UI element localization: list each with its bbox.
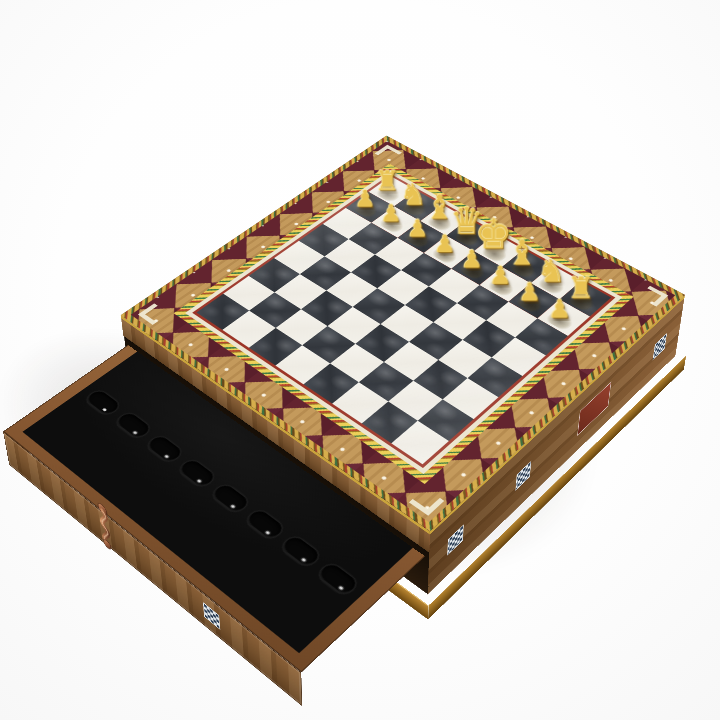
- scene: ♜♞♝♛♚♝♞♜♟♟♟♟♟♟♟♟: [0, 0, 720, 720]
- drawer-slot: [280, 534, 322, 568]
- inlay-checker: [515, 461, 531, 491]
- corner-mark: [638, 286, 669, 307]
- corner-mark: [375, 145, 403, 162]
- square-d3[interactable]: [328, 307, 381, 344]
- inlay-checker: [653, 333, 667, 360]
- chess-box: ♜♞♝♛♚♝♞♜♟♟♟♟♟♟♟♟: [121, 136, 685, 532]
- drawer-slot: [316, 561, 359, 596]
- inlay-checker: [447, 524, 464, 555]
- drawer-slot: [145, 434, 184, 463]
- drawer-slot: [177, 458, 217, 488]
- square-h7[interactable]: ♟: [538, 299, 590, 335]
- square-a1[interactable]: [196, 294, 248, 330]
- inlay-checker: [203, 602, 220, 630]
- corner-mark: [409, 488, 445, 516]
- drawer-slot: [210, 482, 251, 513]
- square-b2[interactable]: [249, 292, 301, 328]
- corner-mark: [138, 303, 169, 325]
- drawer-slot: [114, 411, 152, 439]
- product-photo-stage: ♜♞♝♛♚♝♞♜♟♟♟♟♟♟♟♟: [0, 0, 720, 720]
- drawer-slot: [244, 508, 285, 540]
- square-a2[interactable]: [223, 276, 275, 311]
- piece-pawn[interactable]: ♟: [527, 297, 592, 321]
- drawer-slot: [84, 388, 122, 416]
